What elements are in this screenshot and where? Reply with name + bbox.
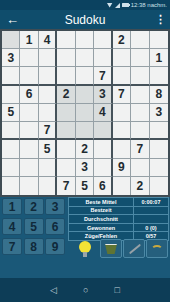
cell-r7c2[interactable]: [20, 140, 38, 158]
cell-r6c7[interactable]: [113, 122, 131, 140]
stats-label: Gewonnen: [69, 224, 134, 232]
cell-r6c9[interactable]: [150, 122, 168, 140]
numpad-key-6[interactable]: 6: [45, 218, 65, 235]
numpad-key-1[interactable]: 1: [2, 198, 22, 215]
cell-r1c1[interactable]: [2, 31, 20, 49]
cell-r3c2[interactable]: [20, 67, 38, 85]
cell-r9c2[interactable]: [20, 177, 38, 195]
cell-r3c5[interactable]: [76, 67, 94, 85]
stats-label: Bestzeit: [69, 207, 134, 215]
status-bar: 12:38 nachm.: [0, 0, 170, 10]
stats-row-time: Beste Mittel 0:00:07: [69, 198, 168, 206]
cell-r5c4[interactable]: [57, 104, 75, 122]
cell-r3c4[interactable]: [57, 67, 75, 85]
hint-button[interactable]: [76, 239, 94, 259]
cell-r5c1[interactable]: 5: [2, 104, 20, 122]
cell-r6c2[interactable]: [20, 122, 38, 140]
cell-r4c7[interactable]: 7: [113, 86, 131, 104]
cell-r9c7[interactable]: [113, 177, 131, 195]
cell-r8c2[interactable]: [20, 159, 38, 177]
cell-r8c9[interactable]: [150, 159, 168, 177]
cell-r9c3[interactable]: [39, 177, 57, 195]
cell-r7c3[interactable]: 5: [39, 140, 57, 158]
cell-r7c9[interactable]: [150, 140, 168, 158]
cell-r4c1[interactable]: [2, 86, 20, 104]
cell-r7c1[interactable]: [2, 140, 20, 158]
cell-r9c8[interactable]: 2: [131, 177, 149, 195]
cell-r6c4[interactable]: [57, 122, 75, 140]
cell-r1c8[interactable]: [131, 31, 149, 49]
cell-r8c4[interactable]: [57, 159, 75, 177]
cell-r1c6[interactable]: [94, 31, 112, 49]
cell-r5c3[interactable]: [39, 104, 57, 122]
cell-r6c5[interactable]: [76, 122, 94, 140]
cell-r5c5[interactable]: [76, 104, 94, 122]
sudoku-grid: 142317623785437527397562: [0, 29, 170, 197]
nav-recents-icon[interactable]: □: [114, 278, 119, 302]
cell-r2c2[interactable]: [20, 49, 38, 67]
overflow-menu-icon[interactable]: ⋮: [155, 13, 166, 26]
pencil-icon: [129, 244, 141, 255]
cell-r9c9[interactable]: [150, 177, 168, 195]
cell-r6c3[interactable]: 7: [39, 122, 57, 140]
cell-r2c6[interactable]: [94, 49, 112, 67]
cell-r3c8[interactable]: [131, 67, 149, 85]
cell-r4c8[interactable]: [131, 86, 149, 104]
undo-button[interactable]: [146, 239, 168, 258]
wifi-icon: [107, 3, 113, 8]
cell-r8c8[interactable]: [131, 159, 149, 177]
numpad-key-8[interactable]: 8: [24, 238, 44, 255]
cell-r8c5[interactable]: 3: [76, 159, 94, 177]
stats-label: Durchschnitt: [69, 215, 134, 223]
cell-r9c4[interactable]: 7: [57, 177, 75, 195]
cell-r5c9[interactable]: 3: [150, 104, 168, 122]
stats-value: [134, 215, 168, 223]
numpad-key-3[interactable]: 3: [45, 198, 65, 215]
stats-value: 0 (0): [134, 224, 168, 232]
cell-r1c9[interactable]: [150, 31, 168, 49]
cell-r7c6[interactable]: [94, 140, 112, 158]
cell-r2c3[interactable]: [39, 49, 57, 67]
stats-row-besttime: Bestzeit: [69, 206, 168, 215]
cell-r9c5[interactable]: 5: [76, 177, 94, 195]
clear-button[interactable]: [100, 239, 122, 258]
cell-r2c7[interactable]: [113, 49, 131, 67]
numpad-key-9[interactable]: 9: [45, 238, 65, 255]
pencil-notes-button[interactable]: [123, 239, 145, 258]
stats-value: 0:00:07: [134, 198, 168, 206]
cell-r6c8[interactable]: [131, 122, 149, 140]
cell-r7c8[interactable]: 7: [131, 140, 149, 158]
numpad-key-2[interactable]: 2: [24, 198, 44, 215]
stats-row-average: Durchschnitt: [69, 214, 168, 223]
cell-r4c6[interactable]: 3: [94, 86, 112, 104]
stats-value: [134, 207, 168, 215]
cell-r3c3[interactable]: [39, 67, 57, 85]
cell-r2c9[interactable]: 1: [150, 49, 168, 67]
cell-r8c7[interactable]: 9: [113, 159, 131, 177]
cell-r7c7[interactable]: [113, 140, 131, 158]
signal-icon: [115, 3, 120, 8]
bucket-icon: [105, 244, 117, 254]
cell-r3c1[interactable]: [2, 67, 20, 85]
cell-r1c3[interactable]: 4: [39, 31, 57, 49]
cell-r8c1[interactable]: [2, 159, 20, 177]
cell-r5c8[interactable]: [131, 104, 149, 122]
cell-r7c4[interactable]: [57, 140, 75, 158]
cell-r1c2[interactable]: 1: [20, 31, 38, 49]
cell-r6c6[interactable]: [94, 122, 112, 140]
cell-r2c5[interactable]: [76, 49, 94, 67]
app-screen: 12:38 nachm. ← Sudoku ⋮ 1423176237854375…: [0, 0, 170, 302]
numpad-key-5[interactable]: 5: [24, 218, 44, 235]
cell-r8c3[interactable]: [39, 159, 57, 177]
cell-r9c1[interactable]: [2, 177, 20, 195]
numpad-key-7[interactable]: 7: [2, 238, 22, 255]
cell-r3c9[interactable]: [150, 67, 168, 85]
cell-r8c6[interactable]: [94, 159, 112, 177]
nav-home-icon[interactable]: ○: [83, 278, 88, 302]
stats-table: Beste Mittel 0:00:07 Bestzeit Durchschni…: [68, 197, 169, 241]
cell-r1c5[interactable]: [76, 31, 94, 49]
cell-r2c8[interactable]: [131, 49, 149, 67]
cell-r3c7[interactable]: [113, 67, 131, 85]
cell-r4c2[interactable]: 6: [20, 86, 38, 104]
cell-r2c1[interactable]: 3: [2, 49, 20, 67]
page-title: Sudoku: [0, 13, 170, 27]
stats-row-won: Gewonnen 0 (0): [69, 223, 168, 232]
nav-back-icon[interactable]: ◁: [50, 278, 57, 302]
number-pad: 1 2 3 4 5 6 7 8 9: [2, 198, 65, 255]
cell-r4c9[interactable]: 8: [150, 86, 168, 104]
cell-r4c5[interactable]: [76, 86, 94, 104]
cell-r3c6[interactable]: 7: [94, 67, 112, 85]
cell-r5c6[interactable]: 4: [94, 104, 112, 122]
app-bar: ← Sudoku ⋮: [0, 10, 170, 29]
cell-r7c5[interactable]: 2: [76, 140, 94, 158]
clock-text: 12:38 nachm.: [131, 0, 167, 10]
numpad-key-4[interactable]: 4: [2, 218, 22, 235]
android-nav-bar: ◁ ○ □: [0, 278, 170, 302]
cell-r9c6[interactable]: 6: [94, 177, 112, 195]
undo-arc-icon: [151, 245, 163, 255]
bulb-icon: [79, 241, 91, 253]
cell-r4c3[interactable]: [39, 86, 57, 104]
stats-label: Beste Mittel: [69, 198, 134, 206]
cell-r5c2[interactable]: [20, 104, 38, 122]
battery-icon: [122, 3, 129, 7]
cell-r1c4[interactable]: [57, 31, 75, 49]
cell-r6c1[interactable]: [2, 122, 20, 140]
cell-r1c7[interactable]: 2: [113, 31, 131, 49]
cell-r5c7[interactable]: [113, 104, 131, 122]
cell-r2c4[interactable]: [57, 49, 75, 67]
cell-r4c4[interactable]: 2: [57, 86, 75, 104]
